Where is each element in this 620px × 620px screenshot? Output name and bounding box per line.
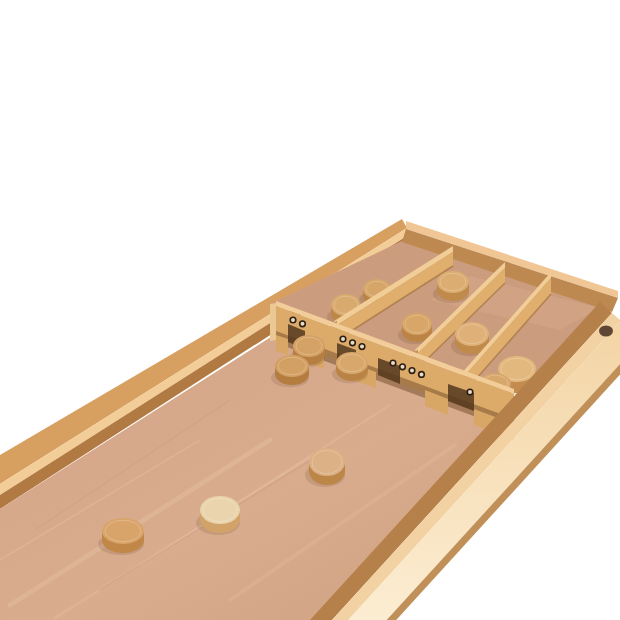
- gate-score-dot-4pt: [390, 360, 396, 366]
- disc-top: [102, 518, 144, 544]
- gate-score-dot-4pt: [419, 372, 425, 378]
- gate-score-dot-2pt: [300, 321, 306, 327]
- board-foot: [599, 326, 613, 337]
- disc-top: [309, 448, 345, 476]
- gate-end-cap: [270, 303, 276, 341]
- gate-score-dot-4pt: [409, 368, 415, 374]
- disc-top: [275, 355, 309, 377]
- disc-top: [200, 496, 240, 524]
- disc-top: [293, 335, 325, 357]
- gate-score-dot-1pt: [467, 389, 473, 395]
- gate-score-dot-3pt: [340, 336, 346, 342]
- disc-top: [336, 352, 368, 374]
- gate-score-dot-3pt: [359, 344, 365, 350]
- gate-score-dot-3pt: [350, 340, 356, 346]
- board-photo: [0, 0, 620, 620]
- gate-score-dot-4pt: [400, 364, 406, 370]
- gate-score-dot-2pt: [290, 317, 296, 323]
- sjoelbak-board: [0, 0, 620, 620]
